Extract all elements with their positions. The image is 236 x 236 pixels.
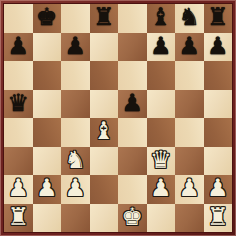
square-e5[interactable]: ♟ <box>118 90 147 119</box>
square-b1[interactable] <box>33 204 62 233</box>
piece-white-bishop[interactable]: ♝ <box>93 118 115 145</box>
square-e1[interactable]: ♚ <box>118 204 147 233</box>
square-g3[interactable] <box>175 147 204 176</box>
chess-board: ♚♜♝♞♜♟♟♟♟♟♛♟♝♞♛♟♟♟♟♟♟♜♚♜ <box>4 4 232 232</box>
piece-white-knight[interactable]: ♞ <box>64 147 86 174</box>
square-c6[interactable] <box>61 61 90 90</box>
piece-white-pawn[interactable]: ♟ <box>7 175 29 202</box>
square-h3[interactable] <box>204 147 233 176</box>
square-a5[interactable]: ♛ <box>4 90 33 119</box>
piece-black-rook[interactable]: ♜ <box>207 4 229 31</box>
square-h8[interactable]: ♜ <box>204 4 233 33</box>
square-g1[interactable] <box>175 204 204 233</box>
square-g4[interactable] <box>175 118 204 147</box>
square-a1[interactable]: ♜ <box>4 204 33 233</box>
square-b8[interactable]: ♚ <box>33 4 62 33</box>
piece-black-pawn[interactable]: ♟ <box>7 33 29 60</box>
square-a8[interactable] <box>4 4 33 33</box>
square-f2[interactable]: ♟ <box>147 175 176 204</box>
square-c8[interactable] <box>61 4 90 33</box>
piece-white-pawn[interactable]: ♟ <box>36 175 58 202</box>
chess-board-frame: ♚♜♝♞♜♟♟♟♟♟♛♟♝♞♛♟♟♟♟♟♟♜♚♜ <box>0 0 236 236</box>
square-h4[interactable] <box>204 118 233 147</box>
piece-white-king[interactable]: ♚ <box>121 204 143 231</box>
square-h1[interactable]: ♜ <box>204 204 233 233</box>
piece-white-pawn[interactable]: ♟ <box>64 175 86 202</box>
square-f7[interactable]: ♟ <box>147 33 176 62</box>
square-c1[interactable] <box>61 204 90 233</box>
square-e2[interactable] <box>118 175 147 204</box>
square-a7[interactable]: ♟ <box>4 33 33 62</box>
square-f1[interactable] <box>147 204 176 233</box>
square-a4[interactable] <box>4 118 33 147</box>
square-f6[interactable] <box>147 61 176 90</box>
square-d2[interactable] <box>90 175 119 204</box>
square-b6[interactable] <box>33 61 62 90</box>
piece-black-bishop[interactable]: ♝ <box>150 4 172 31</box>
square-h2[interactable]: ♟ <box>204 175 233 204</box>
piece-white-pawn[interactable]: ♟ <box>207 175 229 202</box>
piece-white-rook[interactable]: ♜ <box>207 204 229 231</box>
square-h7[interactable]: ♟ <box>204 33 233 62</box>
square-b4[interactable] <box>33 118 62 147</box>
square-d3[interactable] <box>90 147 119 176</box>
square-g8[interactable]: ♞ <box>175 4 204 33</box>
square-f3[interactable]: ♛ <box>147 147 176 176</box>
square-e4[interactable] <box>118 118 147 147</box>
piece-white-queen[interactable]: ♛ <box>150 147 172 174</box>
piece-black-pawn[interactable]: ♟ <box>121 90 143 117</box>
square-d5[interactable] <box>90 90 119 119</box>
piece-black-pawn[interactable]: ♟ <box>178 33 200 60</box>
square-e7[interactable] <box>118 33 147 62</box>
square-d1[interactable] <box>90 204 119 233</box>
square-d7[interactable] <box>90 33 119 62</box>
square-c2[interactable]: ♟ <box>61 175 90 204</box>
square-c5[interactable] <box>61 90 90 119</box>
square-g6[interactable] <box>175 61 204 90</box>
square-g2[interactable]: ♟ <box>175 175 204 204</box>
square-c7[interactable]: ♟ <box>61 33 90 62</box>
square-d4[interactable]: ♝ <box>90 118 119 147</box>
square-b5[interactable] <box>33 90 62 119</box>
square-c3[interactable]: ♞ <box>61 147 90 176</box>
piece-black-pawn[interactable]: ♟ <box>207 33 229 60</box>
piece-black-knight[interactable]: ♞ <box>178 4 200 31</box>
square-a3[interactable] <box>4 147 33 176</box>
square-f5[interactable] <box>147 90 176 119</box>
square-b3[interactable] <box>33 147 62 176</box>
piece-white-pawn[interactable]: ♟ <box>178 175 200 202</box>
square-c4[interactable] <box>61 118 90 147</box>
piece-white-rook[interactable]: ♜ <box>7 204 29 231</box>
piece-black-king[interactable]: ♚ <box>36 4 58 31</box>
square-h5[interactable] <box>204 90 233 119</box>
square-b7[interactable] <box>33 33 62 62</box>
piece-black-queen[interactable]: ♛ <box>7 90 29 117</box>
square-g7[interactable]: ♟ <box>175 33 204 62</box>
square-e8[interactable] <box>118 4 147 33</box>
square-d6[interactable] <box>90 61 119 90</box>
square-a6[interactable] <box>4 61 33 90</box>
square-b2[interactable]: ♟ <box>33 175 62 204</box>
square-f4[interactable] <box>147 118 176 147</box>
square-f8[interactable]: ♝ <box>147 4 176 33</box>
piece-black-pawn[interactable]: ♟ <box>64 33 86 60</box>
square-e6[interactable] <box>118 61 147 90</box>
square-a2[interactable]: ♟ <box>4 175 33 204</box>
square-g5[interactable] <box>175 90 204 119</box>
square-e3[interactable] <box>118 147 147 176</box>
piece-black-rook[interactable]: ♜ <box>93 4 115 31</box>
square-h6[interactable] <box>204 61 233 90</box>
piece-white-pawn[interactable]: ♟ <box>150 175 172 202</box>
square-d8[interactable]: ♜ <box>90 4 119 33</box>
piece-black-pawn[interactable]: ♟ <box>150 33 172 60</box>
